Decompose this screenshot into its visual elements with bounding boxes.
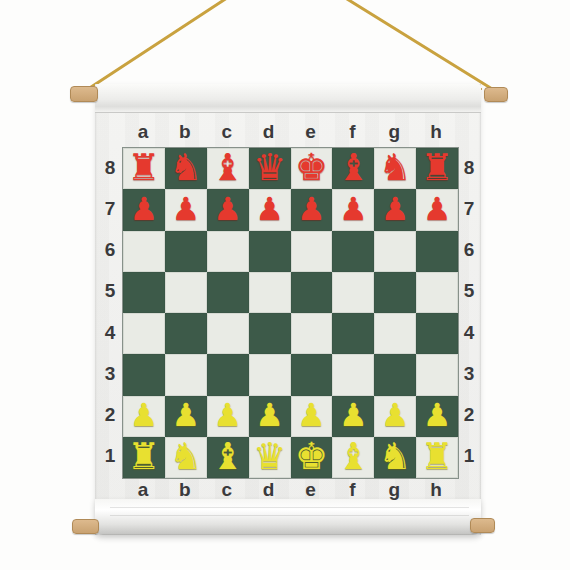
square-g7[interactable]: ♟ bbox=[374, 189, 416, 230]
square-b3[interactable] bbox=[165, 354, 207, 395]
demo-chess-board-photo: abcdefgh abcdefgh 87654321 87654321 ♜♞♝♛… bbox=[0, 0, 570, 570]
square-g6[interactable] bbox=[374, 231, 416, 272]
rank-label-4: 4 bbox=[456, 312, 482, 353]
rank-label-8: 8 bbox=[97, 147, 123, 188]
square-f7[interactable]: ♟ bbox=[332, 189, 374, 230]
square-g8[interactable]: ♞ bbox=[374, 148, 416, 189]
square-a6[interactable] bbox=[123, 231, 165, 272]
bottom-dowel-right-end bbox=[470, 518, 495, 533]
square-c4[interactable] bbox=[207, 313, 249, 354]
square-h2[interactable]: ♟ bbox=[416, 396, 458, 437]
piece-yellow-pawn[interactable]: ♟ bbox=[130, 399, 159, 431]
square-f8[interactable]: ♝ bbox=[332, 148, 374, 189]
piece-yellow-pawn[interactable]: ♟ bbox=[381, 399, 410, 431]
square-f4[interactable] bbox=[332, 313, 374, 354]
piece-yellow-knight[interactable]: ♞ bbox=[379, 438, 412, 475]
file-label-h: h bbox=[415, 477, 457, 503]
file-label-a: a bbox=[122, 477, 164, 503]
square-c6[interactable] bbox=[207, 231, 249, 272]
square-f2[interactable]: ♟ bbox=[332, 396, 374, 437]
rank-labels-right: 87654321 bbox=[456, 147, 482, 477]
square-c2[interactable]: ♟ bbox=[207, 396, 249, 437]
piece-yellow-king[interactable]: ♚ bbox=[295, 438, 328, 475]
file-label-d: d bbox=[248, 119, 290, 145]
piece-yellow-queen[interactable]: ♛ bbox=[253, 438, 286, 475]
piece-yellow-rook[interactable]: ♜ bbox=[127, 438, 160, 475]
square-f6[interactable] bbox=[332, 231, 374, 272]
file-label-b: b bbox=[164, 119, 206, 145]
file-label-c: c bbox=[206, 119, 248, 145]
file-label-g: g bbox=[373, 119, 415, 145]
rank-label-6: 6 bbox=[456, 230, 482, 271]
file-label-f: f bbox=[331, 477, 373, 503]
square-b2[interactable]: ♟ bbox=[165, 396, 207, 437]
square-e5[interactable] bbox=[291, 272, 333, 313]
piece-red-king[interactable]: ♚ bbox=[295, 149, 328, 186]
bottom-dowel-left-end bbox=[72, 519, 99, 534]
rank-label-1: 1 bbox=[456, 436, 482, 477]
rank-label-8: 8 bbox=[456, 147, 482, 188]
rank-label-4: 4 bbox=[97, 312, 123, 353]
piece-yellow-rook[interactable]: ♜ bbox=[420, 438, 453, 475]
square-d4[interactable] bbox=[249, 313, 291, 354]
piece-red-bishop[interactable]: ♝ bbox=[337, 149, 370, 186]
square-b4[interactable] bbox=[165, 313, 207, 354]
piece-red-knight[interactable]: ♞ bbox=[169, 149, 202, 186]
square-b1[interactable]: ♞ bbox=[165, 437, 207, 478]
square-e2[interactable]: ♟ bbox=[291, 396, 333, 437]
square-d8[interactable]: ♛ bbox=[249, 148, 291, 189]
square-a1[interactable]: ♜ bbox=[123, 437, 165, 478]
piece-red-rook[interactable]: ♜ bbox=[420, 149, 453, 186]
file-label-e: e bbox=[290, 477, 332, 503]
piece-yellow-pawn[interactable]: ♟ bbox=[339, 399, 368, 431]
square-a5[interactable] bbox=[123, 272, 165, 313]
bottom-roll bbox=[95, 499, 481, 535]
piece-yellow-pawn[interactable]: ♟ bbox=[297, 399, 326, 431]
piece-yellow-pawn[interactable]: ♟ bbox=[213, 399, 242, 431]
rank-label-3: 3 bbox=[456, 353, 482, 394]
square-b8[interactable]: ♞ bbox=[165, 148, 207, 189]
top-dowel-right-end bbox=[484, 87, 508, 102]
square-d2[interactable]: ♟ bbox=[249, 396, 291, 437]
rank-label-2: 2 bbox=[97, 395, 123, 436]
square-a7[interactable]: ♟ bbox=[123, 189, 165, 230]
square-b5[interactable] bbox=[165, 272, 207, 313]
file-label-f: f bbox=[331, 119, 373, 145]
chess-board: ♜♞♝♛♚♝♞♜♟♟♟♟♟♟♟♟♟♟♟♟♟♟♟♟♜♞♝♛♚♝♞♜ bbox=[122, 147, 459, 479]
square-e4[interactable] bbox=[291, 313, 333, 354]
square-h8[interactable]: ♜ bbox=[416, 148, 458, 189]
square-c7[interactable]: ♟ bbox=[207, 189, 249, 230]
rank-label-5: 5 bbox=[97, 271, 123, 312]
rank-label-1: 1 bbox=[97, 436, 123, 477]
square-d7[interactable]: ♟ bbox=[249, 189, 291, 230]
square-h5[interactable] bbox=[416, 272, 458, 313]
piece-red-pawn[interactable]: ♟ bbox=[213, 193, 242, 225]
square-e7[interactable]: ♟ bbox=[291, 189, 333, 230]
square-f3[interactable] bbox=[332, 354, 374, 395]
piece-red-rook[interactable]: ♜ bbox=[127, 149, 160, 186]
rank-label-6: 6 bbox=[97, 230, 123, 271]
piece-red-pawn[interactable]: ♟ bbox=[130, 193, 159, 225]
piece-red-pawn[interactable]: ♟ bbox=[297, 193, 326, 225]
top-roll bbox=[95, 84, 481, 113]
piece-red-bishop[interactable]: ♝ bbox=[211, 149, 244, 186]
square-g3[interactable] bbox=[374, 354, 416, 395]
rank-labels-left: 87654321 bbox=[97, 147, 123, 477]
piece-yellow-pawn[interactable]: ♟ bbox=[255, 399, 284, 431]
square-b6[interactable] bbox=[165, 231, 207, 272]
file-label-b: b bbox=[164, 477, 206, 503]
square-d5[interactable] bbox=[249, 272, 291, 313]
piece-yellow-pawn[interactable]: ♟ bbox=[171, 399, 200, 431]
piece-red-queen[interactable]: ♛ bbox=[253, 149, 286, 186]
square-g5[interactable] bbox=[374, 272, 416, 313]
square-c3[interactable] bbox=[207, 354, 249, 395]
square-b7[interactable]: ♟ bbox=[165, 189, 207, 230]
square-f1[interactable]: ♝ bbox=[332, 437, 374, 478]
square-g1[interactable]: ♞ bbox=[374, 437, 416, 478]
rank-label-7: 7 bbox=[97, 188, 123, 229]
square-h7[interactable]: ♟ bbox=[416, 189, 458, 230]
piece-red-pawn[interactable]: ♟ bbox=[339, 193, 368, 225]
rank-label-2: 2 bbox=[456, 395, 482, 436]
top-dowel-left-end bbox=[70, 86, 98, 102]
square-e3[interactable] bbox=[291, 354, 333, 395]
square-a4[interactable] bbox=[123, 313, 165, 354]
piece-yellow-bishop[interactable]: ♝ bbox=[211, 438, 244, 475]
piece-yellow-bishop[interactable]: ♝ bbox=[337, 438, 370, 475]
square-c5[interactable] bbox=[207, 272, 249, 313]
square-c8[interactable]: ♝ bbox=[207, 148, 249, 189]
piece-yellow-pawn[interactable]: ♟ bbox=[423, 399, 452, 431]
piece-red-pawn[interactable]: ♟ bbox=[423, 193, 452, 225]
square-a8[interactable]: ♜ bbox=[123, 148, 165, 189]
file-label-g: g bbox=[373, 477, 415, 503]
square-d6[interactable] bbox=[249, 231, 291, 272]
fabric-crease bbox=[110, 507, 469, 508]
piece-red-pawn[interactable]: ♟ bbox=[381, 193, 410, 225]
square-a3[interactable] bbox=[123, 354, 165, 395]
piece-red-pawn[interactable]: ♟ bbox=[255, 193, 284, 225]
file-label-d: d bbox=[248, 477, 290, 503]
file-label-e: e bbox=[290, 119, 332, 145]
square-d1[interactable]: ♛ bbox=[249, 437, 291, 478]
file-label-h: h bbox=[415, 119, 457, 145]
cord-left-segment bbox=[85, 0, 233, 91]
square-h4[interactable] bbox=[416, 313, 458, 354]
file-label-a: a bbox=[122, 119, 164, 145]
file-label-c: c bbox=[206, 477, 248, 503]
rank-label-3: 3 bbox=[97, 353, 123, 394]
piece-red-pawn[interactable]: ♟ bbox=[171, 193, 200, 225]
square-h6[interactable] bbox=[416, 231, 458, 272]
square-h3[interactable] bbox=[416, 354, 458, 395]
file-labels-top: abcdefgh bbox=[122, 119, 457, 145]
fabric-crease bbox=[110, 515, 469, 516]
file-labels-bottom: abcdefgh bbox=[122, 477, 457, 503]
square-g2[interactable]: ♟ bbox=[374, 396, 416, 437]
rank-label-5: 5 bbox=[456, 271, 482, 312]
square-d3[interactable] bbox=[249, 354, 291, 395]
square-e1[interactable]: ♚ bbox=[291, 437, 333, 478]
square-h1[interactable]: ♜ bbox=[416, 437, 458, 478]
square-e8[interactable]: ♚ bbox=[291, 148, 333, 189]
square-c1[interactable]: ♝ bbox=[207, 437, 249, 478]
square-f5[interactable] bbox=[332, 272, 374, 313]
rank-label-7: 7 bbox=[456, 188, 482, 229]
square-e6[interactable] bbox=[291, 231, 333, 272]
piece-yellow-knight[interactable]: ♞ bbox=[169, 438, 202, 475]
square-a2[interactable]: ♟ bbox=[123, 396, 165, 437]
square-g4[interactable] bbox=[374, 313, 416, 354]
cord-right-segment bbox=[339, 0, 497, 92]
piece-red-knight[interactable]: ♞ bbox=[379, 149, 412, 186]
